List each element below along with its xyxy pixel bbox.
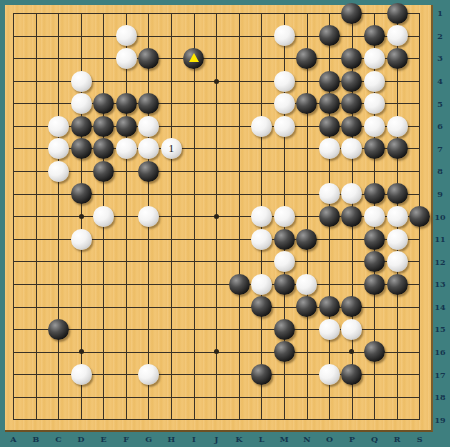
white-stone	[251, 206, 272, 227]
black-stone	[341, 116, 362, 137]
black-stone	[364, 25, 385, 46]
white-stone: 1	[161, 138, 182, 159]
rank-label: 9	[437, 189, 443, 199]
black-stone	[274, 274, 295, 295]
black-stone	[71, 183, 92, 204]
file-label: O	[326, 434, 333, 444]
file-label: R	[394, 434, 401, 444]
rank-label: 15	[434, 324, 445, 334]
white-stone	[341, 183, 362, 204]
black-stone	[387, 138, 408, 159]
black-stone	[93, 116, 114, 137]
star-point	[79, 214, 84, 219]
file-label: F	[123, 434, 129, 444]
black-stone	[296, 48, 317, 69]
black-stone	[387, 3, 408, 24]
white-stone	[48, 161, 69, 182]
rank-label: 19	[434, 415, 445, 425]
rank-label: 4	[437, 76, 443, 86]
white-stone	[274, 71, 295, 92]
white-stone	[71, 229, 92, 250]
file-label: E	[101, 434, 107, 444]
go-client-window: { "game": "go", "app": { "background_col…	[0, 0, 450, 447]
black-stone	[296, 229, 317, 250]
white-stone	[387, 251, 408, 272]
white-stone	[387, 229, 408, 250]
white-stone	[341, 319, 362, 340]
file-label: G	[145, 434, 152, 444]
white-stone	[251, 229, 272, 250]
rank-label: 8	[437, 166, 443, 176]
white-stone	[116, 25, 137, 46]
file-label: N	[303, 434, 310, 444]
white-stone	[387, 116, 408, 137]
black-stone	[387, 274, 408, 295]
white-stone	[116, 48, 137, 69]
file-label: H	[168, 434, 176, 444]
white-stone	[93, 206, 114, 227]
white-stone	[364, 93, 385, 114]
star-point	[79, 349, 84, 354]
file-label: M	[280, 434, 289, 444]
rank-label: 10	[434, 212, 445, 222]
black-stone	[274, 341, 295, 362]
white-stone	[138, 138, 159, 159]
star-point	[349, 349, 354, 354]
black-stone	[341, 364, 362, 385]
rank-label: 5	[437, 99, 443, 109]
rank-label: 11	[434, 234, 445, 244]
black-stone	[319, 296, 340, 317]
black-stone	[93, 93, 114, 114]
white-stone	[364, 116, 385, 137]
file-label: P	[349, 434, 355, 444]
black-stone	[319, 71, 340, 92]
file-label: B	[32, 434, 39, 444]
white-stone	[387, 206, 408, 227]
black-stone	[71, 116, 92, 137]
black-stone	[319, 25, 340, 46]
white-stone	[251, 274, 272, 295]
rank-label: 16	[434, 347, 445, 357]
rank-label: 18	[434, 392, 445, 402]
black-stone	[93, 161, 114, 182]
black-stone	[364, 183, 385, 204]
file-label: A	[10, 434, 16, 444]
rank-label: 6	[437, 121, 443, 131]
black-stone	[364, 229, 385, 250]
file-label: C	[55, 434, 61, 444]
black-stone	[319, 93, 340, 114]
black-stone	[319, 206, 340, 227]
black-stone	[138, 48, 159, 69]
rank-label: 14	[434, 302, 445, 312]
file-label: S	[417, 434, 423, 444]
black-stone	[138, 93, 159, 114]
black-stone	[229, 274, 250, 295]
rank-label: 7	[437, 144, 443, 154]
black-stone	[251, 364, 272, 385]
black-stone	[319, 116, 340, 137]
black-stone	[387, 48, 408, 69]
black-stone	[364, 251, 385, 272]
black-stone	[341, 206, 362, 227]
white-stone	[71, 93, 92, 114]
white-stone	[48, 138, 69, 159]
black-stone	[341, 93, 362, 114]
rank-label: 3	[437, 53, 443, 63]
black-stone	[138, 161, 159, 182]
move-number-label: 1	[169, 143, 175, 154]
white-stone	[138, 206, 159, 227]
board-frame: 1 ABCDEFGHIJKLMNOPQRS 123456789101112131…	[0, 0, 450, 447]
white-stone	[71, 71, 92, 92]
white-stone	[387, 25, 408, 46]
black-stone	[93, 138, 114, 159]
black-stone	[116, 93, 137, 114]
black-stone	[116, 116, 137, 137]
white-stone	[319, 319, 340, 340]
star-point	[214, 349, 219, 354]
rank-label: 13	[434, 279, 445, 289]
star-point	[214, 79, 219, 84]
black-stone	[387, 183, 408, 204]
white-stone	[319, 138, 340, 159]
goban[interactable]: 1	[2, 2, 431, 431]
white-stone	[138, 116, 159, 137]
black-stone	[296, 296, 317, 317]
black-stone	[341, 48, 362, 69]
black-stone	[341, 3, 362, 24]
black-stone	[274, 319, 295, 340]
black-stone	[409, 206, 430, 227]
file-label: Q	[371, 434, 378, 444]
white-stone	[319, 364, 340, 385]
white-stone	[251, 116, 272, 137]
black-stone	[296, 93, 317, 114]
black-stone	[364, 138, 385, 159]
white-stone	[48, 116, 69, 137]
file-label: L	[259, 434, 265, 444]
white-stone	[319, 183, 340, 204]
white-stone	[274, 251, 295, 272]
rank-label: 17	[434, 370, 445, 380]
white-stone	[341, 138, 362, 159]
black-stone	[364, 274, 385, 295]
file-label: D	[78, 434, 85, 444]
black-stone	[274, 229, 295, 250]
last-move-triangle-marker	[189, 53, 199, 62]
rank-label: 1	[437, 8, 443, 18]
white-stone	[296, 274, 317, 295]
file-label: J	[215, 434, 219, 444]
white-stone	[274, 25, 295, 46]
star-point	[214, 214, 219, 219]
white-stone	[71, 364, 92, 385]
file-label: K	[236, 434, 243, 444]
rank-label: 2	[437, 31, 443, 41]
white-stone	[364, 71, 385, 92]
white-stone	[138, 364, 159, 385]
file-label: I	[192, 434, 196, 444]
black-stone	[71, 138, 92, 159]
black-stone	[251, 296, 272, 317]
white-stone	[274, 93, 295, 114]
white-stone	[116, 138, 137, 159]
white-stone	[274, 206, 295, 227]
black-stone	[341, 296, 362, 317]
rank-label: 12	[434, 257, 445, 267]
black-stone	[341, 71, 362, 92]
white-stone	[364, 206, 385, 227]
black-stone	[48, 319, 69, 340]
white-stone	[364, 48, 385, 69]
white-stone	[274, 116, 295, 137]
black-stone	[364, 341, 385, 362]
black-stone	[183, 48, 204, 69]
